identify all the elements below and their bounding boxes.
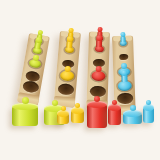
block4-socket4-blue-cylinder <box>117 81 131 91</box>
loose-cylinder-green-large <box>12 106 38 126</box>
loose-cylinder-blue-wide-flat <box>123 113 142 124</box>
cylinder-block-1-green <box>17 33 50 106</box>
block1-socket2-green-cylinder <box>32 47 42 54</box>
block3-socket2-red-cylinder <box>94 46 103 52</box>
block1-socket5-empty-hole <box>22 80 40 94</box>
montessori-cylinder-blocks-photo <box>0 0 160 160</box>
block3-socket4-red-cylinder <box>91 71 105 81</box>
block4-socket5-empty-hole <box>116 93 132 105</box>
block2-socket5-empty-hole <box>57 83 74 95</box>
block4-socket2-empty-hole <box>119 54 128 60</box>
cylinder-block-2-yellow <box>54 31 81 108</box>
loose-cylinder-red-large <box>87 104 107 128</box>
block1-socket3-green-cylinder <box>28 59 41 69</box>
block2-socket4-yellow-cylinder <box>59 70 74 81</box>
loose-cylinder-red-medium <box>108 107 121 125</box>
loose-cylinder-yellow-medium <box>71 110 84 123</box>
block4-socket1-blue-cylinder <box>119 41 126 46</box>
loose-cylinder-yellow-small <box>57 113 69 124</box>
loose-cylinder-blue-small <box>143 107 154 123</box>
block2-socket2-yellow-cylinder <box>64 47 73 54</box>
